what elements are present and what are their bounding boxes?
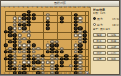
coord-label: 11 [49,73,53,76]
white-player-time: 18:07 [112,23,120,27]
black-stone [59,51,63,54]
coord-label: 9 [40,73,44,76]
black-stone [83,40,87,43]
black-player-label: 黑方 [97,17,103,21]
coord-label: 1 [3,73,7,76]
go-board[interactable] [5,11,89,72]
star-point [19,62,20,63]
coord-label: 10 [45,73,49,76]
white-stone-icon [93,23,97,27]
white-stone [36,47,40,50]
panel-button-分析[interactable]: 分析 [107,45,120,50]
black-stone [59,64,63,67]
coord-label: 6 [26,73,30,76]
coord-label: 7 [31,73,35,76]
captures-row: 提子: 黑3 白5 [93,28,121,32]
panel-button-退出[interactable]: 退出 [107,57,120,62]
panel-button-悔棋[interactable]: 悔棋 [93,33,106,38]
black-stone-icon [93,17,97,21]
move-label: 手数: [93,12,100,15]
star-point [75,41,76,42]
star-point [47,41,48,42]
coord-label: 4 [17,73,21,76]
black-stone [59,20,63,23]
button-grid: 悔棋认输数子和棋提示分析保存打印设置退出 [93,33,121,62]
black-stone [31,17,35,20]
coord-label: 15 [68,73,72,76]
black-stone [55,44,59,47]
move-value: 125 [100,12,105,15]
go-app-window: 围棋对弈 12345678910111213141516171819 12345… [0,0,120,75]
panel-button-数子[interactable]: 数子 [93,39,106,44]
black-stone [64,57,68,60]
panel-button-认输[interactable]: 认输 [107,33,120,38]
panel-button-设置[interactable]: 设置 [93,57,106,62]
black-player-time: 15:32 [112,17,120,21]
coord-label: 13 [59,73,63,76]
coord-label: 2 [7,73,11,76]
coord-label: 17 [77,73,81,76]
black-stone [45,27,49,30]
coord-label: 14 [63,73,67,76]
black-stone [27,23,31,26]
coord-label: 12 [54,73,58,76]
panel-button-保存[interactable]: 保存 [93,51,106,56]
panel-button-打印[interactable]: 打印 [107,51,120,56]
coord-label: 5 [21,73,25,76]
white-stone [27,34,31,37]
white-stone [78,20,82,23]
panel-button-和棋[interactable]: 和棋 [107,39,120,44]
white-player-label: 白方 [97,23,103,27]
board-area: 12345678910111213141516171819 1234567891… [1,7,90,75]
window-title: 围棋对弈 [54,1,66,5]
black-stone [3,44,7,47]
captures-value: 黑3 白5 [100,28,110,31]
coord-label: 16 [73,73,77,76]
captures-label: 提子: [93,28,100,31]
panel-button-提示[interactable]: 提示 [93,45,106,50]
white-stone [22,37,26,40]
board-tool-button[interactable]: ▣ [85,71,89,75]
coord-label: 8 [35,73,39,76]
info-panel: 对局信息 手数: 125 黑方 15:32 白方 18:07 提子: 黑3 白5… [90,7,120,75]
coord-label: 3 [12,73,16,76]
